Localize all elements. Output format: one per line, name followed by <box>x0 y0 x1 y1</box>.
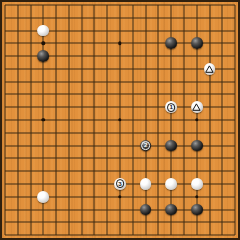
intersection-J11[interactable] <box>101 101 114 114</box>
intersection-J1[interactable] <box>101 229 114 240</box>
intersection-G2[interactable] <box>75 216 88 229</box>
intersection-S10[interactable] <box>216 114 229 127</box>
intersection-S18[interactable] <box>216 11 229 24</box>
intersection-C7[interactable] <box>24 152 37 165</box>
intersection-R18[interactable] <box>203 11 216 24</box>
intersection-G3[interactable] <box>75 203 88 216</box>
intersection-K2[interactable] <box>114 216 127 229</box>
intersection-A8[interactable] <box>0 139 11 152</box>
intersection-L19[interactable] <box>126 0 139 11</box>
intersection-N9[interactable] <box>152 126 165 139</box>
intersection-B3[interactable] <box>11 203 24 216</box>
intersection-K11[interactable] <box>114 101 127 114</box>
intersection-O3[interactable] <box>165 203 178 216</box>
intersection-L17[interactable] <box>126 24 139 37</box>
intersection-T13[interactable] <box>229 75 240 88</box>
intersection-S1[interactable] <box>216 229 229 240</box>
intersection-B6[interactable] <box>11 165 24 178</box>
intersection-B14[interactable] <box>11 63 24 76</box>
intersection-H7[interactable] <box>88 152 101 165</box>
intersection-A6[interactable] <box>0 165 11 178</box>
intersection-J4[interactable] <box>101 190 114 203</box>
intersection-K14[interactable] <box>114 63 127 76</box>
intersection-B12[interactable] <box>11 88 24 101</box>
intersection-A13[interactable] <box>0 75 11 88</box>
intersection-K4[interactable] <box>114 190 127 203</box>
intersection-F9[interactable] <box>63 126 76 139</box>
intersection-L3[interactable] <box>126 203 139 216</box>
intersection-L16[interactable] <box>126 37 139 50</box>
intersection-K8[interactable] <box>114 139 127 152</box>
intersection-P9[interactable] <box>178 126 191 139</box>
intersection-F2[interactable] <box>63 216 76 229</box>
intersection-P18[interactable] <box>178 11 191 24</box>
intersection-N5[interactable] <box>152 178 165 191</box>
intersection-B5[interactable] <box>11 178 24 191</box>
intersection-C6[interactable] <box>24 165 37 178</box>
intersection-L11[interactable] <box>126 101 139 114</box>
intersection-E19[interactable] <box>50 0 63 11</box>
intersection-R2[interactable] <box>203 216 216 229</box>
intersection-D15[interactable] <box>37 50 50 63</box>
intersection-P19[interactable] <box>178 0 191 11</box>
intersection-M10[interactable] <box>139 114 152 127</box>
intersection-H3[interactable] <box>88 203 101 216</box>
intersection-F12[interactable] <box>63 88 76 101</box>
intersection-J18[interactable] <box>101 11 114 24</box>
intersection-T3[interactable] <box>229 203 240 216</box>
intersection-D19[interactable] <box>37 0 50 11</box>
intersection-C3[interactable] <box>24 203 37 216</box>
intersection-S14[interactable] <box>216 63 229 76</box>
intersection-E8[interactable] <box>50 139 63 152</box>
intersection-L6[interactable] <box>126 165 139 178</box>
intersection-P8[interactable] <box>178 139 191 152</box>
intersection-G6[interactable] <box>75 165 88 178</box>
intersection-B19[interactable] <box>11 0 24 11</box>
go-board[interactable]: 123 <box>0 0 240 240</box>
intersection-C15[interactable] <box>24 50 37 63</box>
intersection-O17[interactable] <box>165 24 178 37</box>
intersection-R12[interactable] <box>203 88 216 101</box>
intersection-A19[interactable] <box>0 0 11 11</box>
intersection-C14[interactable] <box>24 63 37 76</box>
intersection-S12[interactable] <box>216 88 229 101</box>
intersection-P11[interactable] <box>178 101 191 114</box>
intersection-N15[interactable] <box>152 50 165 63</box>
intersection-Q12[interactable] <box>190 88 203 101</box>
intersection-D9[interactable] <box>37 126 50 139</box>
intersection-T7[interactable] <box>229 152 240 165</box>
intersection-D18[interactable] <box>37 11 50 24</box>
intersection-B1[interactable] <box>11 229 24 240</box>
intersection-O18[interactable] <box>165 11 178 24</box>
intersection-H8[interactable] <box>88 139 101 152</box>
intersection-Q9[interactable] <box>190 126 203 139</box>
intersection-F19[interactable] <box>63 0 76 11</box>
intersection-D4[interactable] <box>37 190 50 203</box>
intersection-D3[interactable] <box>37 203 50 216</box>
intersection-D17[interactable] <box>37 24 50 37</box>
intersection-Q8[interactable] <box>190 139 203 152</box>
intersection-D1[interactable] <box>37 229 50 240</box>
intersection-R10[interactable] <box>203 114 216 127</box>
intersection-T2[interactable] <box>229 216 240 229</box>
intersection-Q7[interactable] <box>190 152 203 165</box>
intersection-Q6[interactable] <box>190 165 203 178</box>
intersection-D14[interactable] <box>37 63 50 76</box>
intersection-B9[interactable] <box>11 126 24 139</box>
intersection-E16[interactable] <box>50 37 63 50</box>
intersection-F4[interactable] <box>63 190 76 203</box>
intersection-D12[interactable] <box>37 88 50 101</box>
intersection-S19[interactable] <box>216 0 229 11</box>
intersection-T6[interactable] <box>229 165 240 178</box>
intersection-M12[interactable] <box>139 88 152 101</box>
intersection-R5[interactable] <box>203 178 216 191</box>
intersection-J5[interactable] <box>101 178 114 191</box>
intersection-N4[interactable] <box>152 190 165 203</box>
intersection-J19[interactable] <box>101 0 114 11</box>
intersection-N17[interactable] <box>152 24 165 37</box>
intersection-B17[interactable] <box>11 24 24 37</box>
intersection-G8[interactable] <box>75 139 88 152</box>
intersection-S17[interactable] <box>216 24 229 37</box>
intersection-P6[interactable] <box>178 165 191 178</box>
intersection-R7[interactable] <box>203 152 216 165</box>
intersection-P15[interactable] <box>178 50 191 63</box>
intersection-G14[interactable] <box>75 63 88 76</box>
intersection-T5[interactable] <box>229 178 240 191</box>
intersection-O2[interactable] <box>165 216 178 229</box>
intersection-B15[interactable] <box>11 50 24 63</box>
intersection-K15[interactable] <box>114 50 127 63</box>
intersection-S11[interactable] <box>216 101 229 114</box>
intersection-F16[interactable] <box>63 37 76 50</box>
intersection-D16[interactable] <box>37 37 50 50</box>
intersection-G4[interactable] <box>75 190 88 203</box>
intersection-A9[interactable] <box>0 126 11 139</box>
intersection-M18[interactable] <box>139 11 152 24</box>
intersection-L8[interactable] <box>126 139 139 152</box>
intersection-H9[interactable] <box>88 126 101 139</box>
intersection-K16[interactable] <box>114 37 127 50</box>
intersection-Q13[interactable] <box>190 75 203 88</box>
intersection-N18[interactable] <box>152 11 165 24</box>
intersection-Q2[interactable] <box>190 216 203 229</box>
intersection-O6[interactable] <box>165 165 178 178</box>
intersection-K3[interactable] <box>114 203 127 216</box>
intersection-D2[interactable] <box>37 216 50 229</box>
intersection-P13[interactable] <box>178 75 191 88</box>
intersection-H4[interactable] <box>88 190 101 203</box>
intersection-S8[interactable] <box>216 139 229 152</box>
intersection-L4[interactable] <box>126 190 139 203</box>
intersection-C12[interactable] <box>24 88 37 101</box>
intersection-N11[interactable] <box>152 101 165 114</box>
intersection-N6[interactable] <box>152 165 165 178</box>
intersection-S3[interactable] <box>216 203 229 216</box>
intersection-H19[interactable] <box>88 0 101 11</box>
intersection-L12[interactable] <box>126 88 139 101</box>
intersection-Q15[interactable] <box>190 50 203 63</box>
intersection-A12[interactable] <box>0 88 11 101</box>
intersection-O4[interactable] <box>165 190 178 203</box>
intersection-R4[interactable] <box>203 190 216 203</box>
intersection-E12[interactable] <box>50 88 63 101</box>
intersection-G5[interactable] <box>75 178 88 191</box>
intersection-E5[interactable] <box>50 178 63 191</box>
intersection-H12[interactable] <box>88 88 101 101</box>
intersection-J13[interactable] <box>101 75 114 88</box>
intersection-F3[interactable] <box>63 203 76 216</box>
intersection-A18[interactable] <box>0 11 11 24</box>
intersection-C19[interactable] <box>24 0 37 11</box>
intersection-R16[interactable] <box>203 37 216 50</box>
intersection-R19[interactable] <box>203 0 216 11</box>
intersection-D8[interactable] <box>37 139 50 152</box>
intersection-S2[interactable] <box>216 216 229 229</box>
intersection-L10[interactable] <box>126 114 139 127</box>
intersection-L2[interactable] <box>126 216 139 229</box>
intersection-B10[interactable] <box>11 114 24 127</box>
intersection-T4[interactable] <box>229 190 240 203</box>
intersection-F8[interactable] <box>63 139 76 152</box>
intersection-D10[interactable] <box>37 114 50 127</box>
intersection-E4[interactable] <box>50 190 63 203</box>
intersection-L14[interactable] <box>126 63 139 76</box>
intersection-O14[interactable] <box>165 63 178 76</box>
intersection-P5[interactable] <box>178 178 191 191</box>
intersection-E13[interactable] <box>50 75 63 88</box>
intersection-C18[interactable] <box>24 11 37 24</box>
intersection-Q10[interactable] <box>190 114 203 127</box>
intersection-N3[interactable] <box>152 203 165 216</box>
intersection-Q18[interactable] <box>190 11 203 24</box>
intersection-L7[interactable] <box>126 152 139 165</box>
intersection-L1[interactable] <box>126 229 139 240</box>
intersection-B11[interactable] <box>11 101 24 114</box>
intersection-M19[interactable] <box>139 0 152 11</box>
intersection-P12[interactable] <box>178 88 191 101</box>
intersection-G15[interactable] <box>75 50 88 63</box>
intersection-R14[interactable] <box>203 63 216 76</box>
intersection-E14[interactable] <box>50 63 63 76</box>
intersection-L5[interactable] <box>126 178 139 191</box>
intersection-D7[interactable] <box>37 152 50 165</box>
intersection-C13[interactable] <box>24 75 37 88</box>
intersection-T17[interactable] <box>229 24 240 37</box>
intersection-P1[interactable] <box>178 229 191 240</box>
intersection-E17[interactable] <box>50 24 63 37</box>
intersection-J15[interactable] <box>101 50 114 63</box>
intersection-C17[interactable] <box>24 24 37 37</box>
intersection-C2[interactable] <box>24 216 37 229</box>
intersection-A11[interactable] <box>0 101 11 114</box>
intersection-H18[interactable] <box>88 11 101 24</box>
intersection-H2[interactable] <box>88 216 101 229</box>
intersection-C10[interactable] <box>24 114 37 127</box>
intersection-M1[interactable] <box>139 229 152 240</box>
intersection-A17[interactable] <box>0 24 11 37</box>
intersection-J6[interactable] <box>101 165 114 178</box>
intersection-M15[interactable] <box>139 50 152 63</box>
intersection-N12[interactable] <box>152 88 165 101</box>
intersection-G9[interactable] <box>75 126 88 139</box>
intersection-N7[interactable] <box>152 152 165 165</box>
intersection-J7[interactable] <box>101 152 114 165</box>
intersection-J3[interactable] <box>101 203 114 216</box>
intersection-S9[interactable] <box>216 126 229 139</box>
intersection-S16[interactable] <box>216 37 229 50</box>
intersection-O1[interactable] <box>165 229 178 240</box>
intersection-C5[interactable] <box>24 178 37 191</box>
intersection-K19[interactable] <box>114 0 127 11</box>
intersection-D5[interactable] <box>37 178 50 191</box>
intersection-H1[interactable] <box>88 229 101 240</box>
intersection-M5[interactable] <box>139 178 152 191</box>
intersection-B18[interactable] <box>11 11 24 24</box>
intersection-Q14[interactable] <box>190 63 203 76</box>
intersection-B16[interactable] <box>11 37 24 50</box>
intersection-T19[interactable] <box>229 0 240 11</box>
intersection-M4[interactable] <box>139 190 152 203</box>
intersection-T18[interactable] <box>229 11 240 24</box>
intersection-J17[interactable] <box>101 24 114 37</box>
intersection-P10[interactable] <box>178 114 191 127</box>
intersection-F6[interactable] <box>63 165 76 178</box>
intersection-T14[interactable] <box>229 63 240 76</box>
intersection-O12[interactable] <box>165 88 178 101</box>
intersection-N14[interactable] <box>152 63 165 76</box>
intersection-K18[interactable] <box>114 11 127 24</box>
intersection-E3[interactable] <box>50 203 63 216</box>
intersection-B8[interactable] <box>11 139 24 152</box>
intersection-F15[interactable] <box>63 50 76 63</box>
intersection-C9[interactable] <box>24 126 37 139</box>
intersection-K1[interactable] <box>114 229 127 240</box>
intersection-R13[interactable] <box>203 75 216 88</box>
intersection-E2[interactable] <box>50 216 63 229</box>
intersection-E1[interactable] <box>50 229 63 240</box>
intersection-F7[interactable] <box>63 152 76 165</box>
intersection-R9[interactable] <box>203 126 216 139</box>
intersection-K6[interactable] <box>114 165 127 178</box>
intersection-G10[interactable] <box>75 114 88 127</box>
intersection-H6[interactable] <box>88 165 101 178</box>
intersection-P16[interactable] <box>178 37 191 50</box>
intersection-A16[interactable] <box>0 37 11 50</box>
intersection-T11[interactable] <box>229 101 240 114</box>
intersection-N13[interactable] <box>152 75 165 88</box>
intersection-K9[interactable] <box>114 126 127 139</box>
intersection-T1[interactable] <box>229 229 240 240</box>
intersection-K7[interactable] <box>114 152 127 165</box>
intersection-P3[interactable] <box>178 203 191 216</box>
intersection-N8[interactable] <box>152 139 165 152</box>
intersection-A15[interactable] <box>0 50 11 63</box>
intersection-O19[interactable] <box>165 0 178 11</box>
intersection-A2[interactable] <box>0 216 11 229</box>
intersection-E10[interactable] <box>50 114 63 127</box>
intersection-G17[interactable] <box>75 24 88 37</box>
intersection-A14[interactable] <box>0 63 11 76</box>
intersection-G7[interactable] <box>75 152 88 165</box>
intersection-K13[interactable] <box>114 75 127 88</box>
intersection-O7[interactable] <box>165 152 178 165</box>
intersection-H15[interactable] <box>88 50 101 63</box>
intersection-D6[interactable] <box>37 165 50 178</box>
intersection-S15[interactable] <box>216 50 229 63</box>
intersection-H5[interactable] <box>88 178 101 191</box>
intersection-M11[interactable] <box>139 101 152 114</box>
intersection-T16[interactable] <box>229 37 240 50</box>
intersection-C1[interactable] <box>24 229 37 240</box>
intersection-M9[interactable] <box>139 126 152 139</box>
intersection-R3[interactable] <box>203 203 216 216</box>
intersection-P7[interactable] <box>178 152 191 165</box>
intersection-C4[interactable] <box>24 190 37 203</box>
intersection-D13[interactable] <box>37 75 50 88</box>
intersection-L13[interactable] <box>126 75 139 88</box>
intersection-M14[interactable] <box>139 63 152 76</box>
intersection-L9[interactable] <box>126 126 139 139</box>
intersection-C11[interactable] <box>24 101 37 114</box>
intersection-H13[interactable] <box>88 75 101 88</box>
intersection-B2[interactable] <box>11 216 24 229</box>
intersection-J10[interactable] <box>101 114 114 127</box>
intersection-G1[interactable] <box>75 229 88 240</box>
intersection-N16[interactable] <box>152 37 165 50</box>
intersection-L15[interactable] <box>126 50 139 63</box>
intersection-A1[interactable] <box>0 229 11 240</box>
intersection-F13[interactable] <box>63 75 76 88</box>
intersection-K10[interactable] <box>114 114 127 127</box>
intersection-R15[interactable] <box>203 50 216 63</box>
intersection-J2[interactable] <box>101 216 114 229</box>
intersection-H10[interactable] <box>88 114 101 127</box>
intersection-F1[interactable] <box>63 229 76 240</box>
intersection-B7[interactable] <box>11 152 24 165</box>
intersection-E11[interactable] <box>50 101 63 114</box>
intersection-G12[interactable] <box>75 88 88 101</box>
intersection-A3[interactable] <box>0 203 11 216</box>
intersection-P17[interactable] <box>178 24 191 37</box>
intersection-E9[interactable] <box>50 126 63 139</box>
intersection-F17[interactable] <box>63 24 76 37</box>
intersection-H16[interactable] <box>88 37 101 50</box>
intersection-N1[interactable] <box>152 229 165 240</box>
intersection-E15[interactable] <box>50 50 63 63</box>
intersection-M17[interactable] <box>139 24 152 37</box>
intersection-T15[interactable] <box>229 50 240 63</box>
intersection-F5[interactable] <box>63 178 76 191</box>
intersection-M6[interactable] <box>139 165 152 178</box>
intersection-F18[interactable] <box>63 11 76 24</box>
intersection-F10[interactable] <box>63 114 76 127</box>
intersection-N19[interactable] <box>152 0 165 11</box>
intersection-T12[interactable] <box>229 88 240 101</box>
intersection-A10[interactable] <box>0 114 11 127</box>
intersection-O13[interactable] <box>165 75 178 88</box>
intersection-Q17[interactable] <box>190 24 203 37</box>
intersection-H14[interactable] <box>88 63 101 76</box>
intersection-J14[interactable] <box>101 63 114 76</box>
intersection-Q4[interactable] <box>190 190 203 203</box>
intersection-A4[interactable] <box>0 190 11 203</box>
intersection-E6[interactable] <box>50 165 63 178</box>
intersection-M16[interactable] <box>139 37 152 50</box>
